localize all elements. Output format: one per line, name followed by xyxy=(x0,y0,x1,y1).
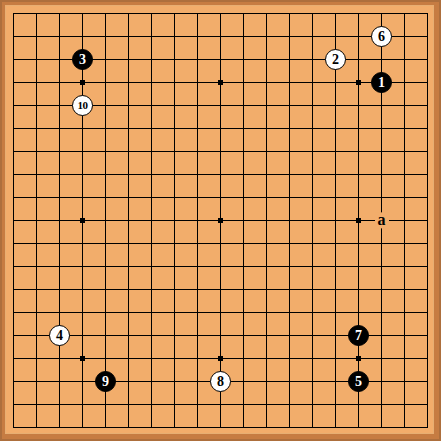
star-point xyxy=(356,218,361,223)
stone-black-7[interactable]: 7 xyxy=(348,325,369,346)
go-board-frame: 12345678910 a xyxy=(0,0,441,441)
stone-white-4[interactable]: 4 xyxy=(49,325,70,346)
star-point xyxy=(80,80,85,85)
point-label-a: a xyxy=(375,212,389,228)
star-point xyxy=(218,80,223,85)
star-point xyxy=(356,356,361,361)
stone-black-9[interactable]: 9 xyxy=(95,371,116,392)
star-point xyxy=(356,80,361,85)
stone-black-1[interactable]: 1 xyxy=(371,72,392,93)
go-board[interactable]: 12345678910 a xyxy=(5,5,434,434)
stone-white-6[interactable]: 6 xyxy=(371,26,392,47)
stone-white-10[interactable]: 10 xyxy=(72,95,93,116)
stone-black-5[interactable]: 5 xyxy=(348,371,369,392)
star-point xyxy=(218,356,223,361)
stone-white-2[interactable]: 2 xyxy=(325,49,346,70)
star-point xyxy=(80,356,85,361)
stone-white-8[interactable]: 8 xyxy=(210,371,231,392)
star-point xyxy=(218,218,223,223)
stone-black-3[interactable]: 3 xyxy=(72,49,93,70)
star-point xyxy=(80,218,85,223)
